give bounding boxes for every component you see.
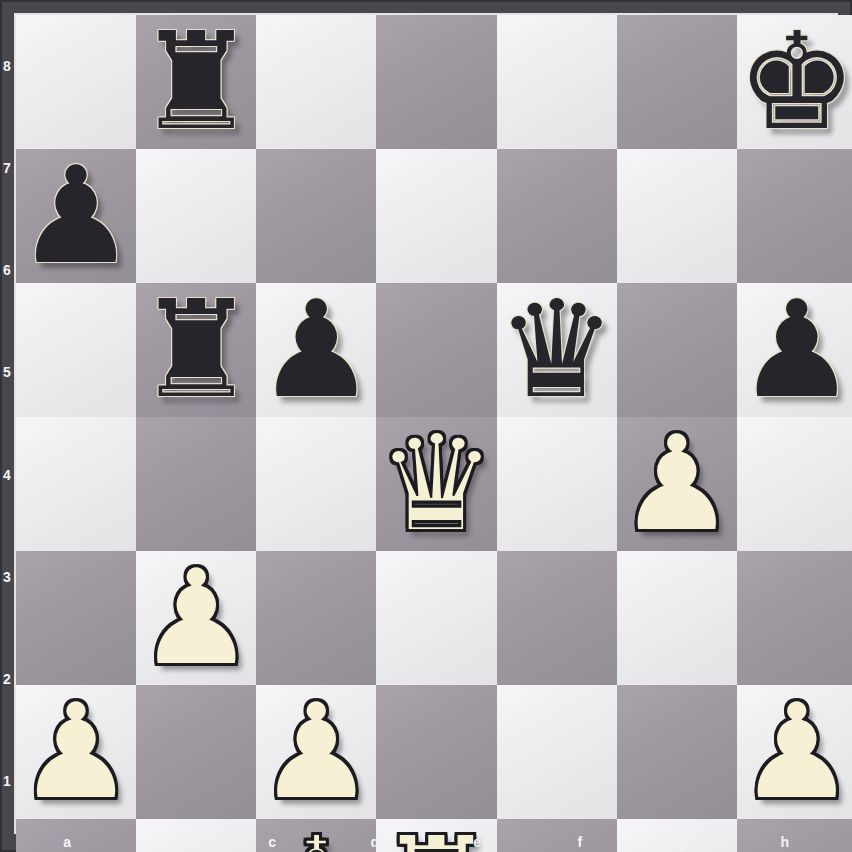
square-f7[interactable]	[617, 149, 737, 283]
square-g2[interactable]: ♟	[737, 685, 852, 819]
square-d8[interactable]	[376, 15, 496, 149]
black-rook-piece[interactable]: ♜	[136, 283, 256, 417]
file-label-f: f	[529, 834, 632, 850]
rank-labels: 87654321	[0, 15, 14, 832]
file-label-d: d	[324, 834, 427, 850]
rank-label-1: 1	[0, 730, 14, 832]
square-a3[interactable]	[16, 551, 136, 685]
square-b2[interactable]	[136, 685, 256, 819]
square-a6[interactable]	[16, 283, 136, 417]
white-pawn-piece[interactable]: ♟	[737, 685, 852, 819]
file-label-h: h	[734, 834, 837, 850]
square-g4[interactable]	[737, 417, 852, 551]
white-queen-piece[interactable]: ♛	[376, 417, 496, 551]
square-f8[interactable]	[617, 15, 737, 149]
square-c4[interactable]	[256, 417, 376, 551]
square-b4[interactable]	[136, 417, 256, 551]
square-f2[interactable]	[617, 685, 737, 819]
rank-label-5: 5	[0, 321, 14, 423]
square-a4[interactable]	[16, 417, 136, 551]
square-a7[interactable]: ♟	[16, 149, 136, 283]
file-label-c: c	[221, 834, 324, 850]
square-c3[interactable]	[256, 551, 376, 685]
black-king-piece[interactable]: ♚	[737, 15, 852, 149]
rank-label-2: 2	[0, 628, 14, 730]
square-g6[interactable]: ♟	[737, 283, 852, 417]
square-a8[interactable]	[16, 15, 136, 149]
rank-label-7: 7	[0, 117, 14, 219]
square-e8[interactable]	[497, 15, 617, 149]
square-f6[interactable]	[617, 283, 737, 417]
rank-label-8: 8	[0, 15, 14, 117]
square-d7[interactable]	[376, 149, 496, 283]
file-label-b: b	[119, 834, 222, 850]
file-label-a: a	[16, 834, 119, 850]
black-queen-piece[interactable]: ♛	[497, 283, 617, 417]
file-labels: abcdefgh	[16, 834, 836, 850]
square-c7[interactable]	[256, 149, 376, 283]
black-pawn-piece[interactable]: ♟	[256, 283, 376, 417]
square-g7[interactable]	[737, 149, 852, 283]
square-e6[interactable]: ♛	[497, 283, 617, 417]
square-e4[interactable]	[497, 417, 617, 551]
white-pawn-piece[interactable]: ♟	[256, 685, 376, 819]
chessboard-frame: ♜♚♟♟♜♟♛♟♛♟♟♟♟♟♚♜♜ 87654321 abcdefgh	[0, 0, 852, 852]
square-d3[interactable]	[376, 551, 496, 685]
white-pawn-piece[interactable]: ♟	[617, 417, 737, 551]
rank-label-3: 3	[0, 526, 14, 628]
file-label-g: g	[631, 834, 734, 850]
square-c2[interactable]: ♟	[256, 685, 376, 819]
square-e2[interactable]	[497, 685, 617, 819]
rank-label-4: 4	[0, 424, 14, 526]
square-b8[interactable]: ♜	[136, 15, 256, 149]
square-d2[interactable]	[376, 685, 496, 819]
black-pawn-piece[interactable]: ♟	[16, 149, 136, 283]
square-c8[interactable]	[256, 15, 376, 149]
board-grid: ♜♚♟♟♜♟♛♟♛♟♟♟♟♟♚♜♜	[16, 15, 836, 832]
black-rook-piece[interactable]: ♜	[136, 15, 256, 149]
square-a2[interactable]: ♟	[16, 685, 136, 819]
square-d6[interactable]	[376, 283, 496, 417]
black-pawn-piece[interactable]: ♟	[737, 283, 852, 417]
file-label-e: e	[426, 834, 529, 850]
square-b3[interactable]: ♟	[136, 551, 256, 685]
square-c6[interactable]: ♟	[256, 283, 376, 417]
square-f3[interactable]	[617, 551, 737, 685]
chess-board: ♜♚♟♟♜♟♛♟♛♟♟♟♟♟♚♜♜	[14, 13, 838, 834]
square-g3[interactable]	[737, 551, 852, 685]
square-e7[interactable]	[497, 149, 617, 283]
square-e3[interactable]	[497, 551, 617, 685]
square-f4[interactable]: ♟	[617, 417, 737, 551]
rank-label-6: 6	[0, 219, 14, 321]
square-d4[interactable]: ♛	[376, 417, 496, 551]
square-b7[interactable]	[136, 149, 256, 283]
square-b6[interactable]: ♜	[136, 283, 256, 417]
white-pawn-piece[interactable]: ♟	[16, 685, 136, 819]
white-pawn-piece[interactable]: ♟	[136, 551, 256, 685]
square-g8[interactable]: ♚	[737, 15, 852, 149]
